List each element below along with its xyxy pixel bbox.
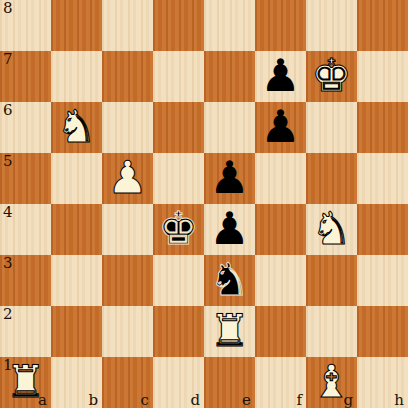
square-d6[interactable] — [153, 102, 204, 153]
square-b4[interactable] — [51, 204, 102, 255]
square-f8[interactable] — [255, 0, 306, 51]
piece-black-pawn[interactable]: ♟ — [209, 203, 249, 254]
square-h6[interactable] — [357, 102, 408, 153]
file-label-c: c — [141, 393, 149, 408]
file-label-d: d — [190, 393, 200, 408]
square-h8[interactable] — [357, 0, 408, 51]
rank-label-3: 3 — [3, 256, 13, 271]
file-label-f: f — [296, 393, 302, 408]
square-b1[interactable]: b — [51, 357, 102, 408]
square-a4[interactable]: 4 — [0, 204, 51, 255]
square-g1[interactable]: g♝ — [306, 357, 357, 408]
square-f5[interactable] — [255, 153, 306, 204]
piece-black-knight[interactable]: ♞ — [209, 254, 249, 305]
square-c6[interactable] — [102, 102, 153, 153]
square-f4[interactable] — [255, 204, 306, 255]
square-c4[interactable] — [102, 204, 153, 255]
square-d7[interactable] — [153, 51, 204, 102]
square-e1[interactable]: e — [204, 357, 255, 408]
square-e3[interactable]: ♞ — [204, 255, 255, 306]
chess-board: 87♟♚6♞♟5♟♟4♚♟♞3♞2♜1a♜bcdefg♝h — [0, 0, 408, 408]
square-h3[interactable] — [357, 255, 408, 306]
piece-white-pawn[interactable]: ♟ — [107, 152, 147, 203]
square-a6[interactable]: 6 — [0, 102, 51, 153]
square-g5[interactable] — [306, 153, 357, 204]
square-g6[interactable] — [306, 102, 357, 153]
square-b7[interactable] — [51, 51, 102, 102]
square-c2[interactable] — [102, 306, 153, 357]
piece-white-king[interactable]: ♚ — [311, 50, 351, 101]
square-e6[interactable] — [204, 102, 255, 153]
square-b5[interactable] — [51, 153, 102, 204]
square-c5[interactable]: ♟ — [102, 153, 153, 204]
square-c7[interactable] — [102, 51, 153, 102]
rank-label-2: 2 — [3, 307, 13, 322]
square-c1[interactable]: c — [102, 357, 153, 408]
square-a2[interactable]: 2 — [0, 306, 51, 357]
square-e2[interactable]: ♜ — [204, 306, 255, 357]
square-g4[interactable]: ♞ — [306, 204, 357, 255]
square-g7[interactable]: ♚ — [306, 51, 357, 102]
piece-white-bishop[interactable]: ♝ — [311, 356, 351, 407]
piece-black-pawn[interactable]: ♟ — [260, 50, 300, 101]
square-f1[interactable]: f — [255, 357, 306, 408]
square-e4[interactable]: ♟ — [204, 204, 255, 255]
square-d4[interactable]: ♚ — [153, 204, 204, 255]
square-a7[interactable]: 7 — [0, 51, 51, 102]
file-label-b: b — [88, 393, 98, 408]
square-b2[interactable] — [51, 306, 102, 357]
rank-label-8: 8 — [3, 1, 13, 16]
rank-label-5: 5 — [3, 154, 13, 169]
square-b6[interactable]: ♞ — [51, 102, 102, 153]
square-d3[interactable] — [153, 255, 204, 306]
square-a8[interactable]: 8 — [0, 0, 51, 51]
file-label-e: e — [242, 393, 251, 408]
piece-white-rook[interactable]: ♜ — [209, 305, 249, 356]
square-a5[interactable]: 5 — [0, 153, 51, 204]
square-b8[interactable] — [51, 0, 102, 51]
square-e5[interactable]: ♟ — [204, 153, 255, 204]
square-d2[interactable] — [153, 306, 204, 357]
piece-white-knight[interactable]: ♞ — [311, 203, 351, 254]
square-d5[interactable] — [153, 153, 204, 204]
square-h7[interactable] — [357, 51, 408, 102]
square-h5[interactable] — [357, 153, 408, 204]
piece-black-king[interactable]: ♚ — [158, 203, 198, 254]
square-h4[interactable] — [357, 204, 408, 255]
piece-black-pawn[interactable]: ♟ — [209, 152, 249, 203]
square-a1[interactable]: 1a♜ — [0, 357, 51, 408]
square-d1[interactable]: d — [153, 357, 204, 408]
square-f3[interactable] — [255, 255, 306, 306]
square-g3[interactable] — [306, 255, 357, 306]
square-e7[interactable] — [204, 51, 255, 102]
square-e8[interactable] — [204, 0, 255, 51]
square-h1[interactable]: h — [357, 357, 408, 408]
rank-label-6: 6 — [3, 103, 13, 118]
square-d8[interactable] — [153, 0, 204, 51]
piece-white-rook[interactable]: ♜ — [5, 356, 45, 407]
square-c8[interactable] — [102, 0, 153, 51]
square-c3[interactable] — [102, 255, 153, 306]
square-f7[interactable]: ♟ — [255, 51, 306, 102]
square-a3[interactable]: 3 — [0, 255, 51, 306]
square-g8[interactable] — [306, 0, 357, 51]
piece-white-knight[interactable]: ♞ — [56, 101, 96, 152]
rank-label-4: 4 — [3, 205, 13, 220]
square-f6[interactable]: ♟ — [255, 102, 306, 153]
square-h2[interactable] — [357, 306, 408, 357]
piece-black-pawn[interactable]: ♟ — [260, 101, 300, 152]
square-g2[interactable] — [306, 306, 357, 357]
square-b3[interactable] — [51, 255, 102, 306]
rank-label-7: 7 — [3, 52, 13, 67]
square-f2[interactable] — [255, 306, 306, 357]
file-label-h: h — [394, 393, 404, 408]
